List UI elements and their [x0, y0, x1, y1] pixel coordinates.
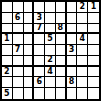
cell-r7c5-given-4: 4: [45, 67, 56, 78]
cell-r9c9-empty[interactable]: [88, 88, 99, 99]
cell-r6c7-empty[interactable]: [67, 56, 78, 67]
cell-r7c8-empty[interactable]: [77, 67, 88, 78]
cell-r8c6-empty[interactable]: [56, 77, 67, 88]
sudoku-board: 21637815473224685: [0, 0, 101, 101]
cell-r4c6-empty[interactable]: [56, 34, 67, 45]
cell-r9c4-empty[interactable]: [34, 88, 45, 99]
cell-r3c1-empty[interactable]: [2, 24, 13, 35]
cell-r4c8-given-4: 4: [77, 34, 88, 45]
cell-r1c1-empty[interactable]: [2, 2, 13, 13]
cell-r3c7-empty[interactable]: [67, 24, 78, 35]
cell-r6c4-empty[interactable]: [34, 56, 45, 67]
cell-r9c7-empty[interactable]: [67, 88, 78, 99]
cell-r3c2-empty[interactable]: [13, 24, 24, 35]
cell-r1c2-empty[interactable]: [13, 2, 24, 13]
cell-r5c7-given-3: 3: [67, 45, 78, 56]
cell-r9c8-empty[interactable]: [77, 88, 88, 99]
cell-r8c4-given-6: 6: [34, 77, 45, 88]
cell-r6c9-empty[interactable]: [88, 56, 99, 67]
cell-r6c5-given-2: 2: [45, 56, 56, 67]
cell-r4c1-given-1: 1: [2, 34, 13, 45]
cell-r5c3-empty[interactable]: [24, 45, 35, 56]
cell-r8c1-empty[interactable]: [2, 77, 13, 88]
cell-r1c3-empty[interactable]: [24, 2, 35, 13]
cell-r6c3-empty[interactable]: [24, 56, 35, 67]
cell-r5c9-empty[interactable]: [88, 45, 99, 56]
cell-r1c8-given-2: 2: [77, 2, 88, 13]
cell-r6c2-empty[interactable]: [13, 56, 24, 67]
cell-r5c5-empty[interactable]: [45, 45, 56, 56]
cell-r5c2-given-7: 7: [13, 45, 24, 56]
cell-r1c4-empty[interactable]: [34, 2, 45, 13]
cell-r7c4-empty[interactable]: [34, 67, 45, 78]
cell-r9c6-empty[interactable]: [56, 88, 67, 99]
cell-r3c5-empty[interactable]: [45, 24, 56, 35]
cell-r2c4-given-3: 3: [34, 13, 45, 24]
cell-r5c4-empty[interactable]: [34, 45, 45, 56]
cell-r8c7-given-8: 8: [67, 77, 78, 88]
cell-r3c9-empty[interactable]: [88, 24, 99, 35]
cell-r4c5-given-5: 5: [45, 34, 56, 45]
cell-r4c4-empty[interactable]: [34, 34, 45, 45]
cell-r2c8-empty[interactable]: [77, 13, 88, 24]
cell-r9c2-empty[interactable]: [13, 88, 24, 99]
cell-r2c2-given-6: 6: [13, 13, 24, 24]
cell-r4c7-empty[interactable]: [67, 34, 78, 45]
cell-r2c9-empty[interactable]: [88, 13, 99, 24]
cell-r7c7-empty[interactable]: [67, 67, 78, 78]
cell-r7c9-empty[interactable]: [88, 67, 99, 78]
cell-r1c7-empty[interactable]: [67, 2, 78, 13]
cell-r4c2-empty[interactable]: [13, 34, 24, 45]
cell-r8c3-empty[interactable]: [24, 77, 35, 88]
cell-r9c1-given-5: 5: [2, 88, 13, 99]
cell-r8c9-empty[interactable]: [88, 77, 99, 88]
cell-r2c5-empty[interactable]: [45, 13, 56, 24]
cell-r8c2-empty[interactable]: [13, 77, 24, 88]
cell-r3c4-given-7: 7: [34, 24, 45, 35]
cell-r2c3-empty[interactable]: [24, 13, 35, 24]
cell-r5c6-empty[interactable]: [56, 45, 67, 56]
cell-r9c3-empty[interactable]: [24, 88, 35, 99]
cell-r7c2-empty[interactable]: [13, 67, 24, 78]
cell-r4c3-empty[interactable]: [24, 34, 35, 45]
cell-r6c6-empty[interactable]: [56, 56, 67, 67]
cell-r8c8-empty[interactable]: [77, 77, 88, 88]
cell-r8c5-empty[interactable]: [45, 77, 56, 88]
cell-r2c6-empty[interactable]: [56, 13, 67, 24]
cell-r3c6-given-8: 8: [56, 24, 67, 35]
cell-r6c8-empty[interactable]: [77, 56, 88, 67]
cell-r1c5-empty[interactable]: [45, 2, 56, 13]
cell-r1c6-empty[interactable]: [56, 2, 67, 13]
cell-r4c9-empty[interactable]: [88, 34, 99, 45]
cell-r1c9-given-1: 1: [88, 2, 99, 13]
cell-r5c1-empty[interactable]: [2, 45, 13, 56]
cell-r3c3-empty[interactable]: [24, 24, 35, 35]
cell-r3c8-empty[interactable]: [77, 24, 88, 35]
cell-r6c1-empty[interactable]: [2, 56, 13, 67]
cell-r9c5-empty[interactable]: [45, 88, 56, 99]
cell-r7c6-empty[interactable]: [56, 67, 67, 78]
cell-r7c3-empty[interactable]: [24, 67, 35, 78]
cell-r2c1-empty[interactable]: [2, 13, 13, 24]
cell-r5c8-empty[interactable]: [77, 45, 88, 56]
cell-r7c1-given-2: 2: [2, 67, 13, 78]
cell-r2c7-empty[interactable]: [67, 13, 78, 24]
